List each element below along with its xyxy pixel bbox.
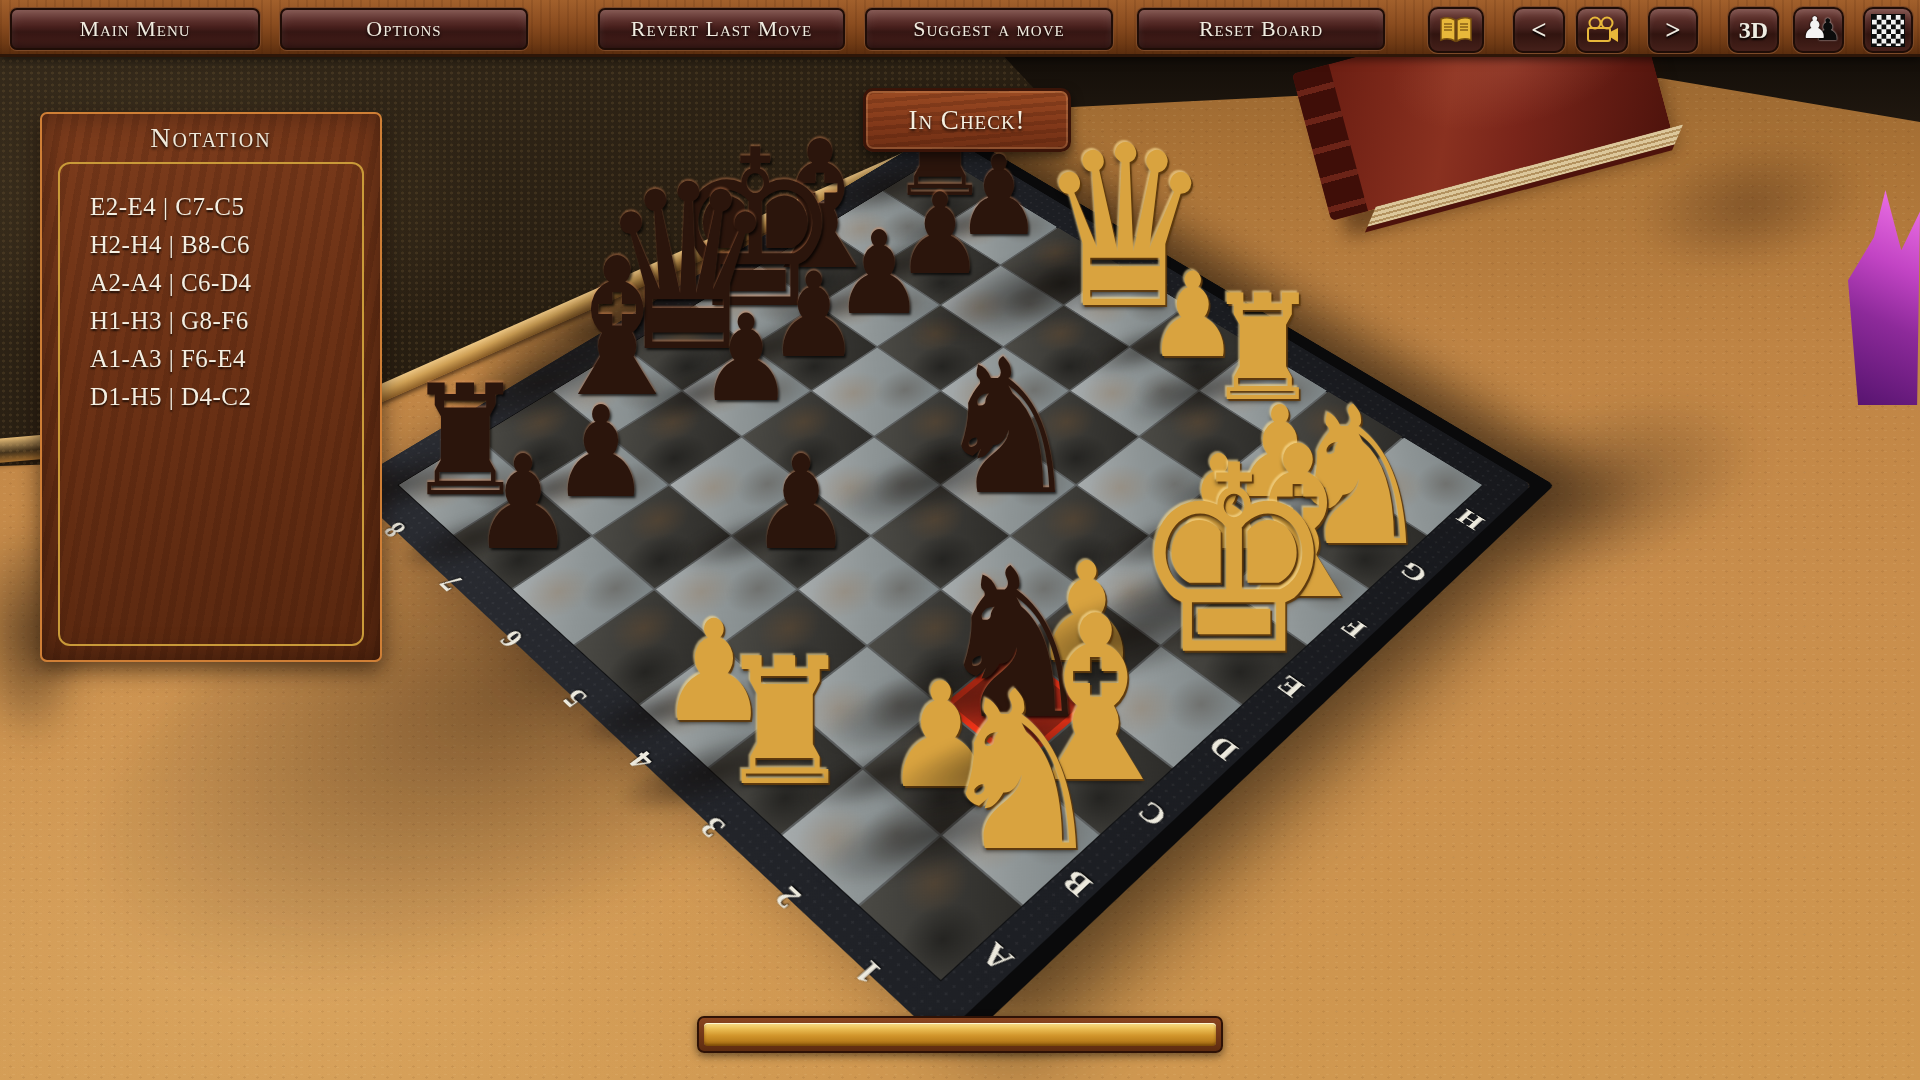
two-pawns-icon: ♟♟ [1802,14,1836,46]
suggest-move-button[interactable]: Suggest a move [865,8,1113,50]
reset-board-button[interactable]: Reset Board [1137,8,1385,50]
players-button[interactable]: ♟♟ [1793,7,1844,53]
checkerboard-icon [1871,14,1905,47]
top-toolbar: Main Menu Options Revert Last Move Sugge… [0,0,1920,57]
piece-white-r-a3[interactable]: ♜ [716,635,854,810]
piece-black-p-a7[interactable]: ♟ [471,438,574,568]
move-list[interactable]: E2-E4 | C7-C5H2-H4 | B8-C6A2-A4 | C6-D4H… [58,162,364,646]
chess-game-screen: ABCDEFGH12345678 ♜♟♝♟♚♟♛♛♟♟♝♟♜♜♟♞♟♟♟♟♞♝♟… [0,0,1920,1080]
revert-last-move-button[interactable]: Revert Last Move [598,8,845,50]
options-button[interactable]: Options [280,8,528,50]
previous-move-icon: < [1531,15,1546,46]
notation-panel: Notation E2-E4 | C7-C5H2-H4 | B8-C6A2-A4… [40,112,382,662]
in-check-text: In Check! [908,105,1025,136]
next-move-button[interactable]: > [1648,7,1698,53]
next-move-icon: > [1665,15,1680,46]
view-3d-icon: 3D [1739,17,1768,44]
move-progress-bar[interactable] [697,1016,1223,1053]
rank-label-5: 5 [540,670,610,728]
progress-fill [704,1023,1216,1046]
move-row: H2-H4 | B8-C6 [90,226,362,264]
camera-view-button[interactable] [1576,7,1628,53]
previous-move-button[interactable]: < [1513,7,1565,53]
open-book-icon [1439,15,1473,45]
piece-black-p-d7[interactable]: ♟ [699,299,794,419]
move-row: A1-A3 | F6-E4 [90,340,362,378]
move-row: H1-H3 | G8-F6 [90,302,362,340]
notation-title: Notation [42,122,380,154]
move-row: E2-E4 | C7-C5 [90,188,362,226]
in-check-banner: In Check! [863,88,1071,152]
board-2d-button[interactable] [1863,7,1913,53]
piece-black-n-e4[interactable]: ♞ [935,334,1082,520]
piece-white-n-b1[interactable]: ♞ [934,663,1107,882]
move-row: A2-A4 | C6-D4 [90,264,362,302]
notation-book-button[interactable] [1428,7,1484,53]
movie-camera-icon [1584,16,1620,44]
move-row: D1-H5 | D4-C2 [90,378,362,416]
piece-black-p-c5[interactable]: ♟ [750,438,853,568]
main-menu-button[interactable]: Main Menu [10,8,260,50]
view-3d-button[interactable]: 3D [1728,7,1779,53]
